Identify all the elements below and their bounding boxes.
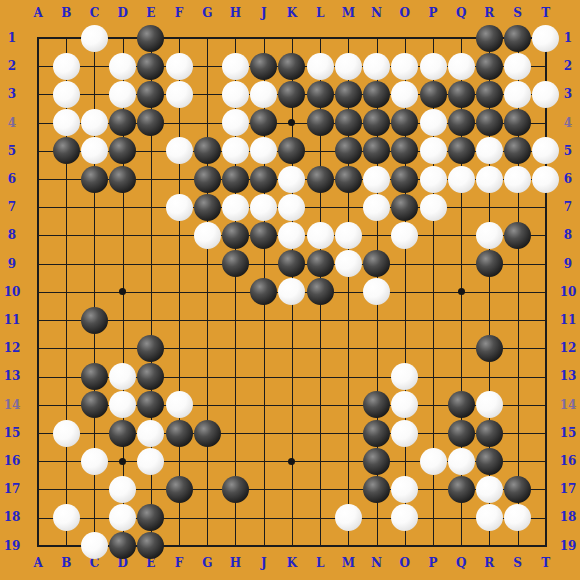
column-label-t: T: [532, 6, 560, 22]
stone-black-n16: [363, 448, 390, 475]
stone-white-e16: [137, 448, 164, 475]
stone-white-p6: [420, 166, 447, 193]
row-label-12: 12: [0, 334, 24, 362]
column-label-j: J: [250, 6, 278, 22]
stone-white-s6: [504, 166, 531, 193]
column-label-s: S: [503, 6, 531, 22]
stone-white-d17: [109, 476, 136, 503]
stone-white-b4: [53, 109, 80, 136]
row-label-7: 7: [0, 193, 24, 221]
stone-black-q17: [448, 476, 475, 503]
row-label-2: 2: [0, 52, 24, 80]
row-label-14: 14: [0, 391, 24, 419]
column-label-m: M: [334, 6, 362, 22]
stone-white-p16: [420, 448, 447, 475]
row-label-1: 1: [0, 24, 24, 52]
stone-white-f14: [166, 391, 193, 418]
stone-white-g8: [194, 222, 221, 249]
stone-white-f2: [166, 53, 193, 80]
go-board[interactable]: [24, 24, 560, 560]
stone-black-p3: [420, 81, 447, 108]
stone-black-h6: [222, 166, 249, 193]
stone-black-r16: [476, 448, 503, 475]
stone-black-c13: [81, 363, 108, 390]
stone-white-l2: [307, 53, 334, 80]
stone-black-s1: [504, 25, 531, 52]
go-board-screenshot: ABCDEFGHJKLMNOPQRST ABCDEFGHJKLMNOPQRST …: [0, 0, 580, 580]
column-label-l: L: [306, 6, 334, 22]
row-label-17: 17: [0, 475, 24, 503]
stone-black-e19: [137, 532, 164, 559]
stone-white-n6: [363, 166, 390, 193]
stone-white-r18: [476, 504, 503, 531]
stone-white-p7: [420, 194, 447, 221]
column-label-h: H: [221, 6, 249, 22]
stone-white-f3: [166, 81, 193, 108]
stone-black-m3: [335, 81, 362, 108]
column-label-f: F: [165, 6, 193, 22]
row-label-5: 5: [0, 137, 24, 165]
stone-black-g15: [194, 420, 221, 447]
column-label-c: C: [80, 6, 108, 22]
stone-white-c19: [81, 532, 108, 559]
stone-black-r15: [476, 420, 503, 447]
stone-black-f15: [166, 420, 193, 447]
stone-black-d19: [109, 532, 136, 559]
stone-white-k6: [278, 166, 305, 193]
stone-black-q5: [448, 137, 475, 164]
stone-white-j7: [250, 194, 277, 221]
row-label-15: 15: [0, 419, 24, 447]
column-labels-top: ABCDEFGHJKLMNOPQRST: [24, 6, 560, 22]
stone-white-m2: [335, 53, 362, 80]
stone-white-e15: [137, 420, 164, 447]
stone-white-p5: [420, 137, 447, 164]
stone-white-c1: [81, 25, 108, 52]
column-label-g: G: [193, 6, 221, 22]
stone-white-r8: [476, 222, 503, 249]
stone-black-e1: [137, 25, 164, 52]
stone-black-n17: [363, 476, 390, 503]
stone-white-l8: [307, 222, 334, 249]
stone-white-o15: [391, 420, 418, 447]
column-label-r: R: [475, 6, 503, 22]
stone-white-q2: [448, 53, 475, 80]
stone-black-l4: [307, 109, 334, 136]
column-label-a: A: [24, 6, 52, 22]
stone-white-s2: [504, 53, 531, 80]
stone-white-n7: [363, 194, 390, 221]
stone-black-r4: [476, 109, 503, 136]
stone-black-c11: [81, 307, 108, 334]
row-label-6: 6: [0, 165, 24, 193]
stone-white-p2: [420, 53, 447, 80]
stone-black-m4: [335, 109, 362, 136]
stone-black-r2: [476, 53, 503, 80]
star-point-d16: [119, 458, 126, 465]
stone-white-h2: [222, 53, 249, 80]
stone-black-f17: [166, 476, 193, 503]
row-labels-left: 12345678910111213141516171819: [0, 24, 24, 560]
stone-black-l3: [307, 81, 334, 108]
column-label-q: Q: [447, 6, 475, 22]
stone-white-n2: [363, 53, 390, 80]
stone-white-b18: [53, 504, 80, 531]
stone-black-r1: [476, 25, 503, 52]
column-label-k: K: [278, 6, 306, 22]
column-label-o: O: [391, 6, 419, 22]
stone-white-f5: [166, 137, 193, 164]
stone-white-q16: [448, 448, 475, 475]
stone-black-r12: [476, 335, 503, 362]
stone-black-l6: [307, 166, 334, 193]
stone-white-f7: [166, 194, 193, 221]
stone-black-r3: [476, 81, 503, 108]
column-label-e: E: [137, 6, 165, 22]
stone-black-s17: [504, 476, 531, 503]
stone-black-d15: [109, 420, 136, 447]
stone-white-b2: [53, 53, 80, 80]
stone-white-s3: [504, 81, 531, 108]
stone-white-d2: [109, 53, 136, 80]
stone-black-o6: [391, 166, 418, 193]
stone-black-h8: [222, 222, 249, 249]
row-label-11: 11: [0, 306, 24, 334]
stone-white-h3: [222, 81, 249, 108]
stone-black-q14: [448, 391, 475, 418]
stone-white-r17: [476, 476, 503, 503]
stone-black-q15: [448, 420, 475, 447]
stone-black-n15: [363, 420, 390, 447]
stone-white-t3: [532, 81, 559, 108]
stone-black-h17: [222, 476, 249, 503]
stone-black-l10: [307, 278, 334, 305]
stone-white-b15: [53, 420, 80, 447]
stone-white-t5: [532, 137, 559, 164]
row-label-4: 4: [0, 109, 24, 137]
stone-white-o2: [391, 53, 418, 80]
row-label-13: 13: [0, 362, 24, 390]
stone-black-l9: [307, 250, 334, 277]
stone-black-o7: [391, 194, 418, 221]
stone-white-m8: [335, 222, 362, 249]
stone-white-m9: [335, 250, 362, 277]
stone-white-h7: [222, 194, 249, 221]
stone-white-c16: [81, 448, 108, 475]
row-label-10: 10: [0, 278, 24, 306]
row-label-19: 19: [0, 532, 24, 560]
stone-black-g7: [194, 194, 221, 221]
stone-black-g6: [194, 166, 221, 193]
row-label-18: 18: [0, 503, 24, 531]
stone-white-t1: [532, 25, 559, 52]
stone-black-q3: [448, 81, 475, 108]
column-label-b: B: [52, 6, 80, 22]
stone-black-j6: [250, 166, 277, 193]
stone-black-c6: [81, 166, 108, 193]
stone-white-p4: [420, 109, 447, 136]
stone-black-j2: [250, 53, 277, 80]
column-label-n: N: [362, 6, 390, 22]
row-label-9: 9: [0, 250, 24, 278]
column-label-p: P: [419, 6, 447, 22]
row-label-16: 16: [0, 447, 24, 475]
stone-white-t6: [532, 166, 559, 193]
stone-white-q6: [448, 166, 475, 193]
stone-black-q4: [448, 109, 475, 136]
row-label-3: 3: [0, 80, 24, 108]
column-label-d: D: [109, 6, 137, 22]
stone-black-d6: [109, 166, 136, 193]
stone-white-b3: [53, 81, 80, 108]
row-label-8: 8: [0, 221, 24, 249]
stone-black-m6: [335, 166, 362, 193]
stone-white-r6: [476, 166, 503, 193]
stone-white-m18: [335, 504, 362, 531]
stone-black-n3: [363, 81, 390, 108]
